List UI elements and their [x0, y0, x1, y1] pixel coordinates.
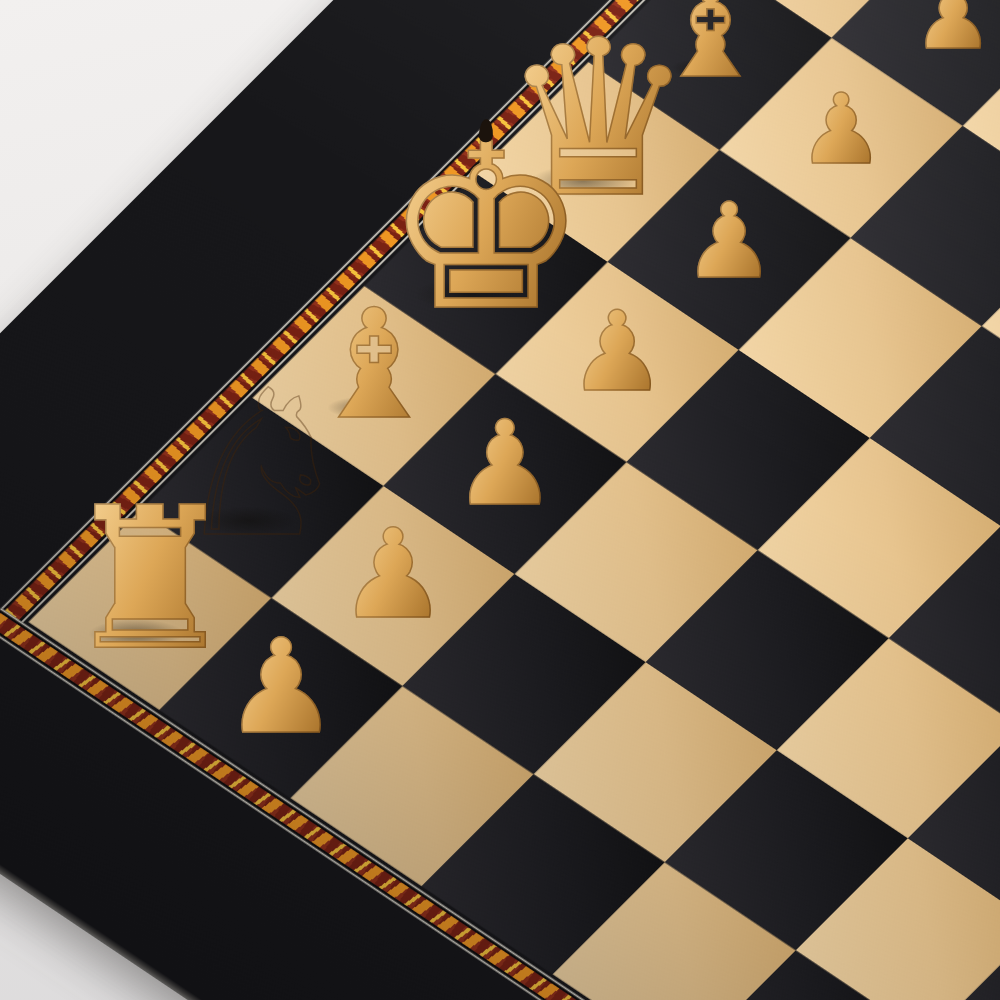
white-pawn-glyph: ♟ [683, 189, 776, 293]
white-pawn-glyph: ♟ [798, 81, 885, 178]
white-pawn-glyph: ♟ [453, 405, 558, 522]
piece-white-pawn-g2[interactable]: ♟ [338, 513, 449, 637]
piece-white-pawn-h2[interactable]: ♟ [223, 621, 340, 751]
white-pawn-glyph: ♟ [223, 621, 340, 751]
piece-white-pawn-e2[interactable]: ♟ [568, 297, 667, 408]
piece-white-pawn-d2[interactable]: ♟ [683, 189, 776, 293]
white-pawn-glyph: ♟ [568, 297, 667, 408]
piece-white-pawn-f2[interactable]: ♟ [453, 405, 558, 522]
white-pawn-glyph: ♟ [338, 513, 449, 637]
white-rook-glyph: ♜ [62, 481, 238, 677]
piece-white-rook-h1[interactable]: ♜ [62, 481, 238, 677]
white-pawn-glyph: ♟ [913, 0, 994, 63]
piece-white-pawn-c2[interactable]: ♟ [798, 81, 885, 178]
piece-white-pawn-b2[interactable]: ♟ [913, 0, 994, 63]
chessboard-photo-scene: ♟♝♟♛♟♚♟♝♟♞♟♜♟ [0, 0, 1000, 1000]
